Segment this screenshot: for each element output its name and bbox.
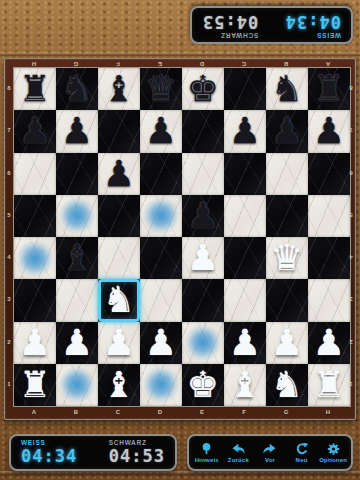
square-a2[interactable]: ♟ xyxy=(14,322,56,364)
square-b4[interactable]: ♝ xyxy=(56,237,98,279)
file-label: D xyxy=(139,409,181,415)
opponent-clock-panel: WEISS 04:34 SCHWARZ 04:53 xyxy=(190,6,353,44)
rank-label: 4 xyxy=(347,236,355,278)
square-a7[interactable]: ♟ xyxy=(14,110,56,152)
hint-button-label: Hinweis xyxy=(195,457,219,463)
square-h5[interactable] xyxy=(308,195,350,237)
black-pawn[interactable]: ♟ xyxy=(61,113,93,149)
rank-label: 7 xyxy=(347,109,355,151)
black-pawn[interactable]: ♟ xyxy=(145,113,177,149)
square-d6[interactable] xyxy=(140,153,182,195)
file-label: B xyxy=(265,60,307,67)
file-label: F xyxy=(97,60,139,67)
square-c4[interactable] xyxy=(98,237,140,279)
forward-button[interactable]: Vor xyxy=(254,438,286,467)
square-e1[interactable]: ♚ xyxy=(182,364,224,406)
square-h3[interactable] xyxy=(308,279,350,321)
black-pawn[interactable]: ♟ xyxy=(271,113,303,149)
rank-label: 6 xyxy=(347,152,355,194)
file-label: H xyxy=(13,60,55,67)
options-button[interactable]: Optionen xyxy=(317,438,349,467)
square-b1[interactable] xyxy=(56,364,98,406)
rank-label: 6 xyxy=(5,152,13,194)
white-pawn[interactable]: ♟ xyxy=(103,325,135,361)
player-clock-white: WEISS 04:34 xyxy=(21,439,77,467)
white-knight[interactable]: ♞ xyxy=(103,282,135,318)
new-button-label: Neu xyxy=(296,457,308,463)
undo-arrow-icon xyxy=(231,442,246,456)
hint-button[interactable]: Hinweis xyxy=(191,438,223,467)
opponent-clock-white: WEISS 04:34 xyxy=(285,10,341,39)
leather-seam-bottom xyxy=(0,471,360,476)
rank-label: 5 xyxy=(5,194,13,236)
white-rook[interactable]: ♜ xyxy=(313,367,345,403)
black-pawn[interactable]: ♟ xyxy=(313,113,345,149)
rank-label: 8 xyxy=(5,67,13,109)
options-button-label: Optionen xyxy=(319,457,347,463)
rank-label: 2 xyxy=(5,321,13,363)
toolbar-panel: Hinweis Zurück Vor Neu xyxy=(187,434,353,471)
square-c7[interactable] xyxy=(98,110,140,152)
file-label: E xyxy=(139,60,181,67)
square-e6[interactable] xyxy=(182,153,224,195)
black-pawn[interactable]: ♟ xyxy=(19,113,51,149)
black-bishop[interactable]: ♝ xyxy=(103,71,135,107)
square-b6[interactable] xyxy=(56,153,98,195)
file-label: B xyxy=(55,409,97,415)
square-c8[interactable]: ♝ xyxy=(98,68,140,110)
square-f5[interactable] xyxy=(224,195,266,237)
lightbulb-icon xyxy=(199,442,214,456)
square-b3[interactable] xyxy=(56,279,98,321)
square-f2[interactable]: ♟ xyxy=(224,322,266,364)
white-bishop[interactable]: ♝ xyxy=(229,367,261,403)
ranks-right: 87654321 xyxy=(347,67,355,405)
black-rook[interactable]: ♜ xyxy=(313,71,345,107)
refresh-icon xyxy=(294,442,309,456)
white-pawn[interactable]: ♟ xyxy=(19,325,51,361)
square-h8[interactable]: ♜ xyxy=(308,68,350,110)
square-f3[interactable] xyxy=(224,279,266,321)
square-d7[interactable]: ♟ xyxy=(140,110,182,152)
move-hint-dot[interactable] xyxy=(143,366,180,403)
square-b2[interactable]: ♟ xyxy=(56,322,98,364)
file-label: A xyxy=(13,409,55,415)
square-b7[interactable]: ♟ xyxy=(56,110,98,152)
rank-label: 8 xyxy=(347,67,355,109)
file-label: D xyxy=(181,60,223,67)
square-d5[interactable] xyxy=(140,195,182,237)
square-b5[interactable] xyxy=(56,195,98,237)
square-h2[interactable]: ♟ xyxy=(308,322,350,364)
rank-label: 1 xyxy=(347,363,355,405)
leather-seam-top xyxy=(0,52,360,57)
square-e7[interactable] xyxy=(182,110,224,152)
back-button[interactable]: Zurück xyxy=(223,438,255,467)
square-g1[interactable]: ♞ xyxy=(266,364,308,406)
black-clock-time: 04:53 xyxy=(109,447,165,467)
file-label: C xyxy=(97,409,139,415)
ranks-left: 87654321 xyxy=(5,67,13,405)
square-e3[interactable] xyxy=(182,279,224,321)
move-hint-dot[interactable] xyxy=(59,366,96,403)
white-clock-label: WEISS xyxy=(285,31,341,39)
file-label: F xyxy=(223,409,265,415)
file-label: A xyxy=(307,60,349,67)
rank-label: 5 xyxy=(347,194,355,236)
black-queen[interactable]: ♛ xyxy=(145,71,177,107)
black-pawn[interactable]: ♟ xyxy=(229,113,261,149)
square-d4[interactable] xyxy=(140,237,182,279)
white-pawn[interactable]: ♟ xyxy=(187,240,219,276)
gear-icon xyxy=(326,442,341,456)
white-pawn[interactable]: ♟ xyxy=(61,325,93,361)
white-bishop[interactable]: ♝ xyxy=(103,367,135,403)
square-f4[interactable] xyxy=(224,237,266,279)
white-pawn[interactable]: ♟ xyxy=(145,325,177,361)
black-clock-label: SCHWARZ xyxy=(202,31,258,39)
black-knight[interactable]: ♞ xyxy=(61,71,93,107)
file-label: C xyxy=(223,60,265,67)
square-c5[interactable] xyxy=(98,195,140,237)
black-pawn[interactable]: ♟ xyxy=(103,156,135,192)
square-h6[interactable] xyxy=(308,153,350,195)
move-hint-dot[interactable] xyxy=(59,197,96,234)
square-e2[interactable] xyxy=(182,322,224,364)
square-c1[interactable]: ♝ xyxy=(98,364,140,406)
app-background: WEISS 04:34 SCHWARZ 04:53 ABCDEFGH 87654… xyxy=(0,0,360,480)
square-a8[interactable]: ♜ xyxy=(14,68,56,110)
square-g5[interactable] xyxy=(266,195,308,237)
square-b8[interactable]: ♞ xyxy=(56,68,98,110)
square-d1[interactable] xyxy=(140,364,182,406)
square-f6[interactable] xyxy=(224,153,266,195)
square-g2[interactable]: ♟ xyxy=(266,322,308,364)
rank-label: 2 xyxy=(347,321,355,363)
square-h7[interactable]: ♟ xyxy=(308,110,350,152)
square-a1[interactable]: ♜ xyxy=(14,364,56,406)
square-g3[interactable] xyxy=(266,279,308,321)
rank-label: 1 xyxy=(5,363,13,405)
white-pawn[interactable]: ♟ xyxy=(229,325,261,361)
square-e4[interactable]: ♟ xyxy=(182,237,224,279)
rank-label: 7 xyxy=(5,109,13,151)
black-rook[interactable]: ♜ xyxy=(19,71,51,107)
chess-board-frame: ABCDEFGH 87654321 ♜♞♝♛♚♞♜♟♟♟♟♟♟♟♟♝♟♛♞♟♟♟… xyxy=(4,58,356,420)
file-label: G xyxy=(55,60,97,67)
square-g7[interactable]: ♟ xyxy=(266,110,308,152)
white-pawn[interactable]: ♟ xyxy=(271,325,303,361)
player-clock-black: SCHWARZ 04:53 xyxy=(109,439,165,467)
square-g6[interactable] xyxy=(266,153,308,195)
black-knight[interactable]: ♞ xyxy=(271,71,303,107)
back-button-label: Zurück xyxy=(228,457,249,463)
file-label: H xyxy=(307,409,349,415)
square-e8[interactable]: ♚ xyxy=(182,68,224,110)
square-f8[interactable] xyxy=(224,68,266,110)
files-bottom: ABCDEFGH xyxy=(13,407,349,417)
square-g8[interactable]: ♞ xyxy=(266,68,308,110)
opponent-clock-inner: WEISS 04:34 SCHWARZ 04:53 xyxy=(192,8,351,42)
square-e5[interactable]: ♟ xyxy=(182,195,224,237)
rank-label: 3 xyxy=(5,278,13,320)
move-hint-dot[interactable] xyxy=(17,240,54,277)
player-clock-panel: WEISS 04:34 SCHWARZ 04:53 xyxy=(9,434,177,471)
redo-arrow-icon xyxy=(262,442,277,456)
black-king[interactable]: ♚ xyxy=(187,71,219,107)
new-game-button[interactable]: Neu xyxy=(286,438,318,467)
white-rook[interactable]: ♜ xyxy=(19,367,51,403)
square-c6[interactable]: ♟ xyxy=(98,153,140,195)
move-hint-dot[interactable] xyxy=(185,324,222,361)
forward-button-label: Vor xyxy=(265,457,275,463)
square-a3[interactable] xyxy=(14,279,56,321)
files-top: ABCDEFGH xyxy=(13,60,349,67)
white-pawn[interactable]: ♟ xyxy=(313,325,345,361)
file-label: G xyxy=(265,409,307,415)
rank-label: 3 xyxy=(347,278,355,320)
square-h4[interactable] xyxy=(308,237,350,279)
player-clock-inner: WEISS 04:34 SCHWARZ 04:53 xyxy=(11,436,175,469)
black-clock-time: 04:53 xyxy=(202,12,258,32)
square-a4[interactable] xyxy=(14,237,56,279)
black-pawn[interactable]: ♟ xyxy=(187,198,219,234)
file-label: E xyxy=(181,409,223,415)
white-clock-time: 04:34 xyxy=(21,447,77,467)
square-d2[interactable]: ♟ xyxy=(140,322,182,364)
white-clock-time: 04:34 xyxy=(285,12,341,32)
rank-label: 4 xyxy=(5,236,13,278)
move-hint-dot[interactable] xyxy=(143,197,180,234)
white-queen[interactable]: ♛ xyxy=(271,240,303,276)
square-d3[interactable] xyxy=(140,279,182,321)
black-bishop[interactable]: ♝ xyxy=(61,240,93,276)
square-g4[interactable]: ♛ xyxy=(266,237,308,279)
square-c2[interactable]: ♟ xyxy=(98,322,140,364)
white-knight[interactable]: ♞ xyxy=(271,367,303,403)
square-a5[interactable] xyxy=(14,195,56,237)
square-d8[interactable]: ♛ xyxy=(140,68,182,110)
board-squares: ♜♞♝♛♚♞♜♟♟♟♟♟♟♟♟♝♟♛♞♟♟♟♟♟♟♟♜♝♚♝♞♜ xyxy=(13,67,351,407)
square-f1[interactable]: ♝ xyxy=(224,364,266,406)
square-c3[interactable]: ♞ xyxy=(98,279,140,321)
square-f7[interactable]: ♟ xyxy=(224,110,266,152)
square-a6[interactable] xyxy=(14,153,56,195)
white-king[interactable]: ♚ xyxy=(187,367,219,403)
opponent-clock-black: SCHWARZ 04:53 xyxy=(202,10,258,39)
square-h1[interactable]: ♜ xyxy=(308,364,350,406)
